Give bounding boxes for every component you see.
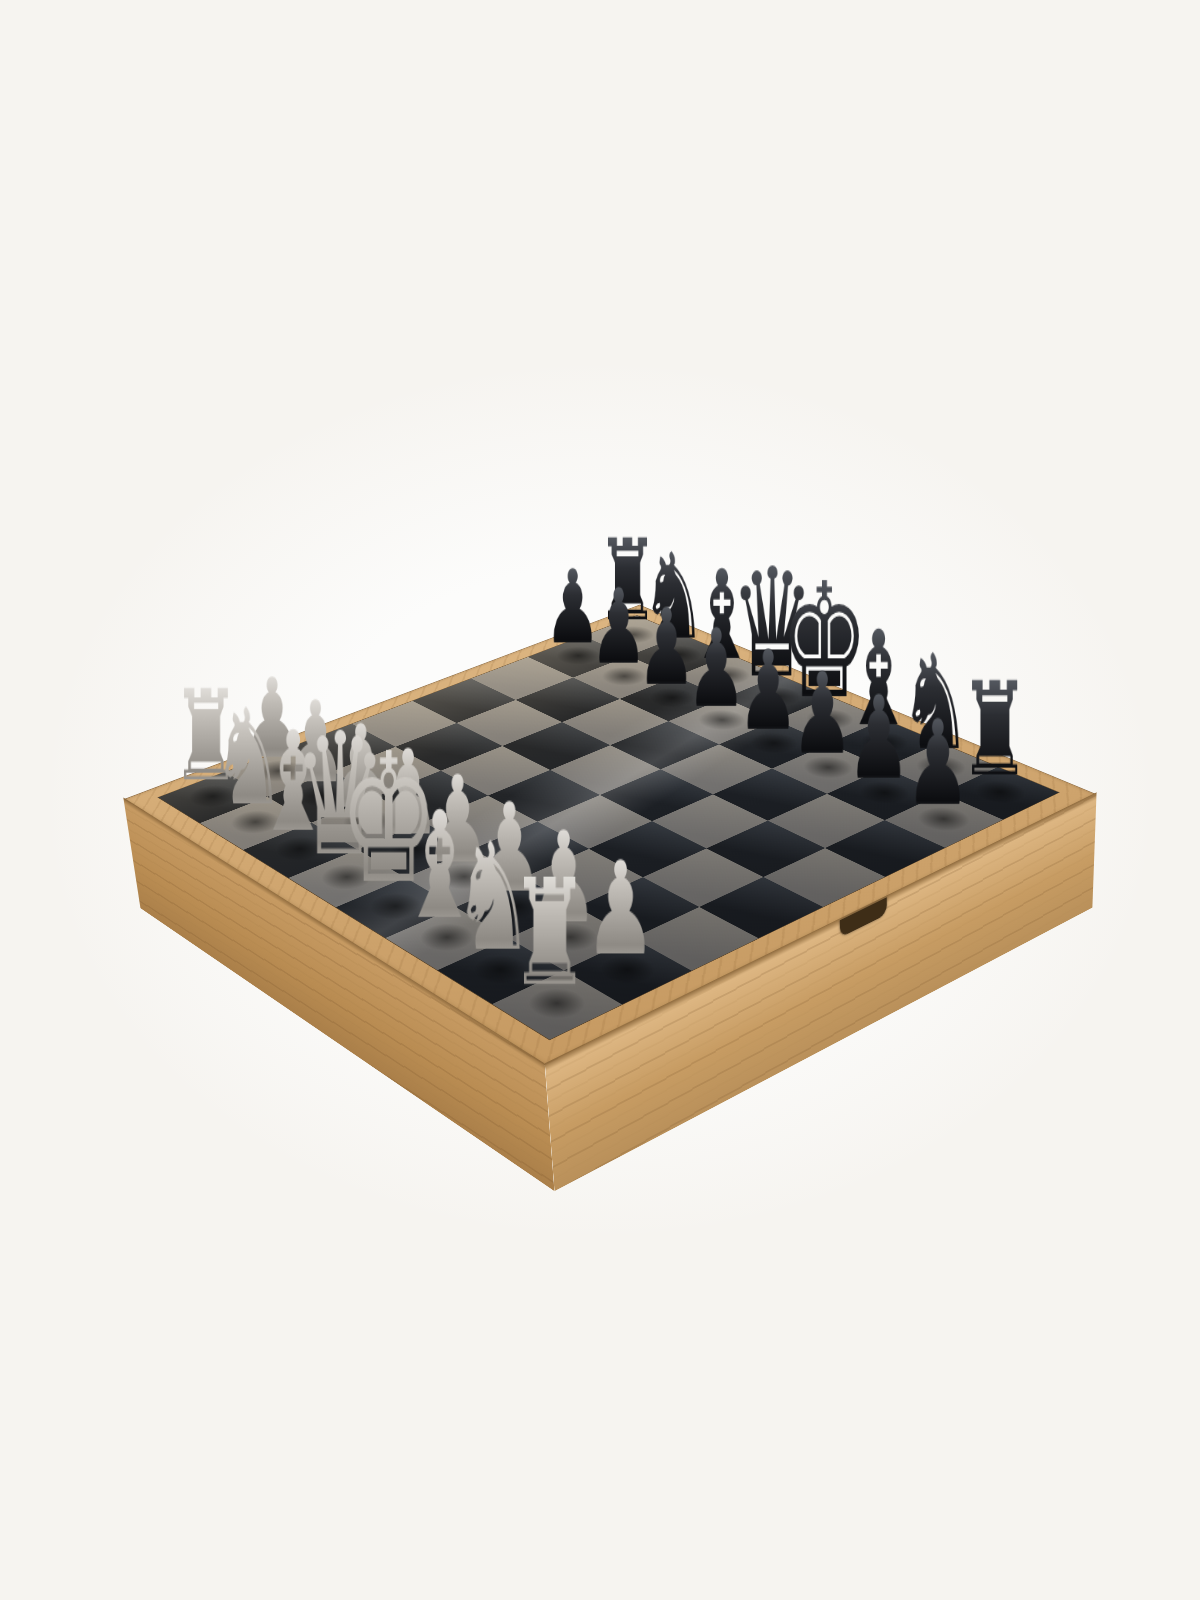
rook-glyph: ♜ — [489, 860, 611, 1007]
page-background: { "game": "chess", "position": { "fen": … — [0, 0, 1200, 1600]
chessboard-scene: ♜♞♝♛♚♝♞♜♟♟♟♟♟♟♟♟♟♟♟♟♟♟♟♟♜♞♝♛♚♝♞♜ — [261, 456, 939, 1134]
board-tilt: ♜♞♝♛♚♝♞♜♟♟♟♟♟♟♟♟♟♟♟♟♟♟♟♟♜♞♝♛♚♝♞♜ — [158, 616, 1058, 1040]
pawn-glyph: ♟ — [883, 704, 992, 822]
